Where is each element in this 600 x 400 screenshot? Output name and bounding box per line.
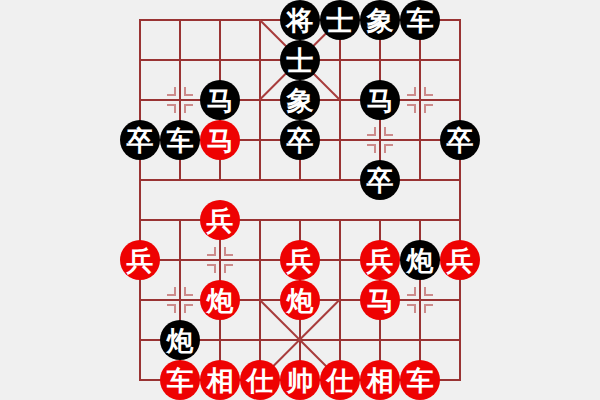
- star-point: [384, 127, 393, 136]
- red-chariot[interactable]: 车: [400, 360, 440, 400]
- star-point: [224, 264, 233, 273]
- black-soldier[interactable]: 卒: [360, 160, 400, 200]
- star-point: [407, 104, 416, 113]
- black-elephant[interactable]: 象: [360, 0, 400, 40]
- black-soldier[interactable]: 卒: [280, 120, 320, 160]
- black-general[interactable]: 将: [280, 0, 320, 40]
- star-point: [367, 127, 376, 136]
- grid-line: [419, 19, 421, 181]
- star-point: [184, 304, 193, 313]
- star-point: [184, 287, 193, 296]
- red-advisor[interactable]: 仕: [240, 360, 280, 400]
- red-advisor[interactable]: 仕: [320, 360, 360, 400]
- star-point: [184, 87, 193, 96]
- red-elephant[interactable]: 相: [200, 360, 240, 400]
- star-point: [167, 304, 176, 313]
- black-chariot[interactable]: 车: [400, 0, 440, 40]
- star-point: [207, 247, 216, 256]
- red-chariot[interactable]: 车: [160, 360, 200, 400]
- red-soldier[interactable]: 兵: [360, 240, 400, 280]
- star-point: [424, 304, 433, 313]
- black-horse[interactable]: 马: [200, 80, 240, 120]
- star-point: [407, 304, 416, 313]
- red-elephant[interactable]: 相: [360, 360, 400, 400]
- star-point: [167, 104, 176, 113]
- red-soldier[interactable]: 兵: [440, 240, 480, 280]
- black-chariot[interactable]: 车: [160, 120, 200, 160]
- red-horse[interactable]: 马: [360, 280, 400, 320]
- black-horse[interactable]: 马: [360, 80, 400, 120]
- red-king[interactable]: 帅: [280, 360, 320, 400]
- red-soldier[interactable]: 兵: [280, 240, 320, 280]
- black-advisor[interactable]: 士: [280, 40, 320, 80]
- black-elephant[interactable]: 象: [280, 80, 320, 120]
- star-point: [184, 104, 193, 113]
- star-point: [424, 104, 433, 113]
- xiangqi-board: 将士象车士马象马卒车马卒卒卒兵兵兵兵炮兵炮炮马炮车相仕帅仕相车: [0, 0, 600, 400]
- star-point: [424, 287, 433, 296]
- red-horse[interactable]: 马: [200, 120, 240, 160]
- star-point: [167, 287, 176, 296]
- red-cannon[interactable]: 炮: [280, 280, 320, 320]
- grid-line: [459, 19, 461, 381]
- black-soldier[interactable]: 卒: [120, 120, 160, 160]
- star-point: [407, 287, 416, 296]
- star-point: [167, 87, 176, 96]
- star-point: [384, 144, 393, 153]
- red-soldier[interactable]: 兵: [200, 200, 240, 240]
- black-cannon[interactable]: 炮: [400, 240, 440, 280]
- black-cannon[interactable]: 炮: [160, 320, 200, 360]
- red-soldier[interactable]: 兵: [120, 240, 160, 280]
- star-point: [407, 87, 416, 96]
- red-cannon[interactable]: 炮: [200, 280, 240, 320]
- grid-line: [139, 19, 141, 381]
- star-point: [207, 264, 216, 273]
- star-point: [224, 247, 233, 256]
- black-advisor[interactable]: 士: [320, 0, 360, 40]
- star-point: [367, 144, 376, 153]
- black-soldier[interactable]: 卒: [440, 120, 480, 160]
- star-point: [424, 87, 433, 96]
